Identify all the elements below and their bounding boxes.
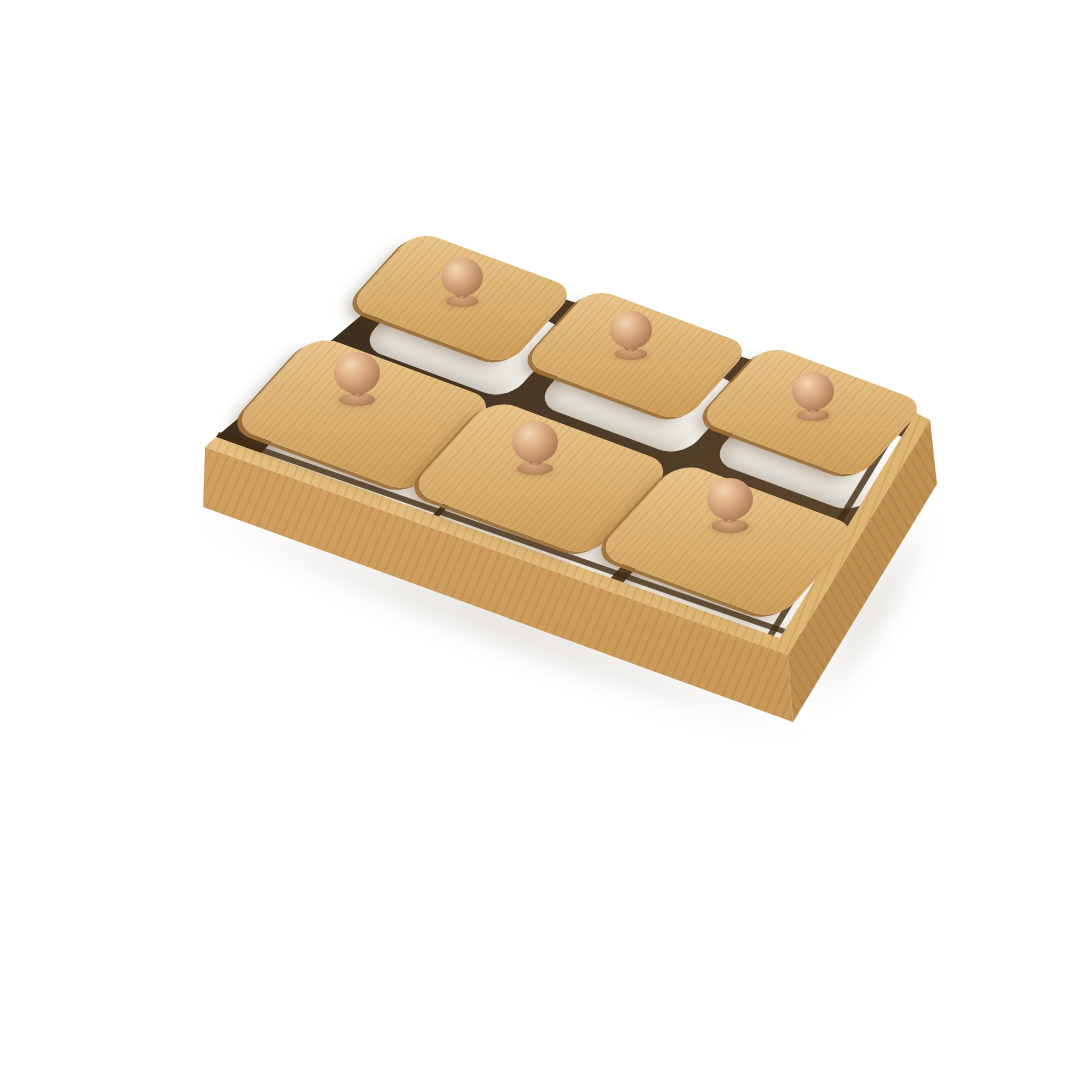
product-photo: Bamboo serving tray holding six square w… [0,0,1080,1080]
jar-front-middle-knob-ball-icon [512,421,558,463]
jar-back-right-knob-ball-icon [792,372,833,410]
scene-root [0,0,1080,1080]
jar-back-middle-knob-ball-icon [610,311,651,349]
jar-front-left-knob-ball-icon [334,352,380,394]
jar-back-left-knob-ball-icon [441,258,482,296]
